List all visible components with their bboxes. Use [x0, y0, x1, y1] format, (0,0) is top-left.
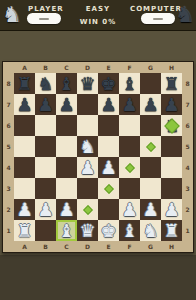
square-h3[interactable]: [161, 178, 182, 199]
rank-labels-left: 87654321: [3, 73, 14, 241]
square-e2[interactable]: [98, 199, 119, 220]
chess-app: ♞ PLAYER EASY WIN 0% COMPUTER ♞ ABCDEFGH…: [0, 0, 196, 300]
square-e7[interactable]: ♟: [98, 94, 119, 115]
square-e6[interactable]: [98, 115, 119, 136]
square-a3[interactable]: [14, 178, 35, 199]
piece-white-pawn: ♟: [58, 199, 74, 220]
square-d2[interactable]: [77, 199, 98, 220]
game-status: EASY WIN 0%: [80, 5, 117, 26]
rank-label: 2: [3, 199, 14, 220]
square-a6[interactable]: [14, 115, 35, 136]
rank-label: 3: [182, 178, 193, 199]
rank-label: 8: [182, 73, 193, 94]
square-b8[interactable]: ♞: [35, 73, 56, 94]
square-g1[interactable]: ♞: [140, 220, 161, 241]
piece-black-bishop: ♝: [58, 73, 74, 94]
square-h5[interactable]: [161, 136, 182, 157]
piece-black-pawn: ♟: [142, 94, 158, 115]
square-a5[interactable]: [14, 136, 35, 157]
square-a2[interactable]: ♟: [14, 199, 35, 220]
file-label: A: [14, 241, 35, 252]
piece-white-pawn: ♟: [16, 199, 32, 220]
square-h7[interactable]: ♟: [161, 94, 182, 115]
square-e3[interactable]: [98, 178, 119, 199]
square-f3[interactable]: [119, 178, 140, 199]
square-h4[interactable]: [161, 157, 182, 178]
piece-white-pawn: ♟: [79, 157, 95, 178]
file-label: F: [119, 241, 140, 252]
board-grid: ♜♞♝♛♚♝♜♟♟♟♟♟♟♟♞♞♟♟♟♟♟♟♟♟♜♝♛♚♝♞♜: [14, 73, 182, 241]
piece-white-king: ♚: [100, 220, 116, 241]
square-g6[interactable]: [140, 115, 161, 136]
piece-white-pawn: ♟: [142, 199, 158, 220]
rank-label: 6: [3, 115, 14, 136]
square-c2[interactable]: ♟: [56, 199, 77, 220]
square-c5[interactable]: [56, 136, 77, 157]
square-h8[interactable]: ♜: [161, 73, 182, 94]
computer-label: COMPUTER: [130, 5, 182, 13]
piece-white-knight: ♞: [142, 220, 158, 241]
rank-label: 2: [182, 199, 193, 220]
file-label: F: [119, 62, 140, 73]
square-f1[interactable]: ♝: [119, 220, 140, 241]
square-d6[interactable]: [77, 115, 98, 136]
square-f7[interactable]: ♟: [119, 94, 140, 115]
piece-black-pawn: ♟: [37, 94, 53, 115]
square-f4[interactable]: [119, 157, 140, 178]
file-labels-top: ABCDEFGH: [14, 62, 182, 73]
file-label: D: [77, 62, 98, 73]
square-a1[interactable]: ♜: [14, 220, 35, 241]
piece-white-queen: ♛: [79, 220, 95, 241]
square-c6[interactable]: [56, 115, 77, 136]
file-label: G: [140, 62, 161, 73]
square-f6[interactable]: [119, 115, 140, 136]
square-b6[interactable]: [35, 115, 56, 136]
bottom-background: [0, 255, 196, 300]
square-e4[interactable]: ♟: [98, 157, 119, 178]
player-timer-pill: [27, 13, 61, 24]
piece-white-pawn: ♟: [121, 199, 137, 220]
square-e8[interactable]: ♚: [98, 73, 119, 94]
chess-board: ABCDEFGH 87654321 ♜♞♝♛♚♝♜♟♟♟♟♟♟♟♞♞♟♟♟♟♟♟…: [2, 61, 194, 253]
rank-label: 3: [3, 178, 14, 199]
piece-black-king: ♚: [100, 73, 116, 94]
player-timer-dash: [39, 18, 49, 20]
piece-white-bishop: ♝: [121, 220, 137, 241]
file-label: H: [161, 241, 182, 252]
file-label: C: [56, 241, 77, 252]
difficulty-label: EASY: [86, 5, 110, 13]
piece-black-pawn: ♟: [121, 94, 137, 115]
square-b3[interactable]: [35, 178, 56, 199]
piece-white-pawn: ♟: [37, 199, 53, 220]
rank-label: 1: [3, 220, 14, 241]
square-b7[interactable]: ♟: [35, 94, 56, 115]
file-label: G: [140, 241, 161, 252]
piece-black-bishop: ♝: [121, 73, 137, 94]
piece-black-pawn: ♟: [163, 94, 179, 115]
square-b2[interactable]: ♟: [35, 199, 56, 220]
square-c3[interactable]: [56, 178, 77, 199]
file-label: E: [98, 62, 119, 73]
rank-label: 1: [182, 220, 193, 241]
file-label: H: [161, 62, 182, 73]
player-knight-icon: ♞: [2, 2, 22, 28]
square-h2[interactable]: ♟: [161, 199, 182, 220]
move-target-diamond: [146, 142, 156, 152]
piece-white-pawn: ♟: [163, 199, 179, 220]
square-d7[interactable]: [77, 94, 98, 115]
square-e1[interactable]: ♚: [98, 220, 119, 241]
rank-label: 6: [182, 115, 193, 136]
rank-label: 8: [3, 73, 14, 94]
rank-label: 4: [182, 157, 193, 178]
square-c8[interactable]: ♝: [56, 73, 77, 94]
rank-label: 7: [3, 94, 14, 115]
square-c7[interactable]: ♟: [56, 94, 77, 115]
computer-timer-dash: [153, 18, 163, 20]
square-f5[interactable]: [119, 136, 140, 157]
win-percent-label: WIN 0%: [80, 18, 117, 26]
square-d3[interactable]: [77, 178, 98, 199]
square-g7[interactable]: ♟: [140, 94, 161, 115]
file-labels-bottom: ABCDEFGH: [14, 241, 182, 252]
square-g4[interactable]: [140, 157, 161, 178]
piece-white-knight: ♞: [79, 136, 95, 157]
rank-label: 4: [3, 157, 14, 178]
top-bar: ♞ PLAYER EASY WIN 0% COMPUTER ♞: [0, 0, 196, 31]
square-g2[interactable]: ♟: [140, 199, 161, 220]
file-label: B: [35, 241, 56, 252]
rank-label: 5: [3, 136, 14, 157]
computer-knight-icon: ♞: [175, 2, 195, 28]
square-f8[interactable]: ♝: [119, 73, 140, 94]
square-g5[interactable]: [140, 136, 161, 157]
piece-white-pawn: ♟: [100, 157, 116, 178]
piece-white-rook: ♜: [163, 220, 179, 241]
square-d5[interactable]: ♞: [77, 136, 98, 157]
move-target-diamond: [125, 163, 135, 173]
square-a7[interactable]: ♟: [14, 94, 35, 115]
piece-black-pawn: ♟: [100, 94, 116, 115]
piece-black-knight: ♞: [37, 73, 53, 94]
square-f2[interactable]: ♟: [119, 199, 140, 220]
piece-white-bishop: ♝: [58, 220, 74, 241]
piece-black-pawn: ♟: [58, 94, 74, 115]
piece-black-rook: ♜: [163, 73, 179, 94]
square-g3[interactable]: [140, 178, 161, 199]
piece-black-queen: ♛: [79, 73, 95, 94]
square-a4[interactable]: [14, 157, 35, 178]
file-label: B: [35, 62, 56, 73]
file-label: E: [98, 241, 119, 252]
square-b1[interactable]: [35, 220, 56, 241]
file-label: D: [77, 241, 98, 252]
move-target-diamond: [83, 205, 93, 215]
square-e5[interactable]: [98, 136, 119, 157]
square-b4[interactable]: [35, 157, 56, 178]
player-label: PLAYER: [28, 5, 64, 13]
piece-white-rook: ♜: [16, 220, 32, 241]
piece-black-pawn: ♟: [16, 94, 32, 115]
square-a8[interactable]: ♜: [14, 73, 35, 94]
square-d8[interactable]: ♛: [77, 73, 98, 94]
rank-label: 5: [182, 136, 193, 157]
square-d4[interactable]: ♟: [77, 157, 98, 178]
rank-label: 7: [182, 94, 193, 115]
move-target-diamond: [104, 184, 114, 194]
piece-black-rook: ♜: [16, 73, 32, 94]
square-c4[interactable]: [56, 157, 77, 178]
square-b5[interactable]: [35, 136, 56, 157]
square-d1[interactable]: ♛: [77, 220, 98, 241]
computer-timer-pill: [141, 13, 175, 24]
square-g8[interactable]: [140, 73, 161, 94]
square-h6[interactable]: ♞: [161, 115, 182, 136]
file-label: A: [14, 62, 35, 73]
rank-labels-right: 87654321: [182, 73, 193, 241]
square-c1[interactable]: ♝: [56, 220, 77, 241]
file-label: C: [56, 62, 77, 73]
square-h1[interactable]: ♜: [161, 220, 182, 241]
